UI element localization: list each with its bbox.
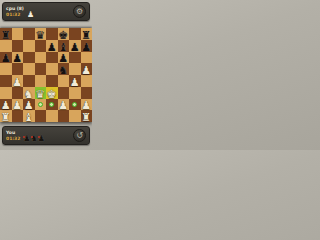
- square-b4[interactable]: ♟: [12, 75, 24, 87]
- gear-icon: ⚙: [76, 8, 83, 16]
- history-button[interactable]: ↺: [73, 129, 86, 142]
- square-g5[interactable]: [69, 63, 81, 75]
- square-d8[interactable]: ♛: [35, 28, 47, 40]
- square-e8[interactable]: [46, 28, 58, 40]
- opponent-captured-tray: ♟: [27, 4, 34, 19]
- player-clock: 01:32: [6, 136, 20, 141]
- player-identity: You 01:32: [6, 130, 20, 141]
- square-d6[interactable]: [35, 52, 47, 64]
- square-f4[interactable]: [58, 75, 70, 87]
- square-g8[interactable]: [69, 28, 81, 40]
- square-b6[interactable]: ♟: [12, 52, 24, 64]
- square-h5[interactable]: ♟: [81, 63, 93, 75]
- square-e2[interactable]: [46, 99, 58, 111]
- square-f8[interactable]: ♚: [58, 28, 70, 40]
- opponent-info-bar: cpu (8) 01:32 ♟ ⚙: [2, 2, 90, 21]
- square-a2[interactable]: ♟: [0, 99, 12, 111]
- opponent-identity: cpu (8) 01:32: [6, 6, 24, 17]
- settings-button[interactable]: ⚙: [73, 5, 86, 18]
- square-g7[interactable]: ♟: [69, 40, 81, 52]
- square-h4[interactable]: [81, 75, 93, 87]
- square-f2[interactable]: ♟: [58, 99, 70, 111]
- legal-move-dot[interactable]: [72, 102, 77, 107]
- square-g6[interactable]: [69, 52, 81, 64]
- square-a1[interactable]: ♜: [0, 110, 12, 122]
- square-f7[interactable]: ♝: [58, 40, 70, 52]
- square-c7[interactable]: [23, 40, 35, 52]
- square-a8[interactable]: ♜: [0, 28, 12, 40]
- square-a5[interactable]: [0, 63, 12, 75]
- square-a7[interactable]: [0, 40, 12, 52]
- square-f6[interactable]: ♟: [58, 52, 70, 64]
- square-c2[interactable]: ♟: [23, 99, 35, 111]
- piece-white-bishop[interactable]: ♝: [23, 112, 35, 123]
- square-b5[interactable]: [12, 63, 24, 75]
- square-h3[interactable]: [81, 87, 93, 99]
- square-h1[interactable]: ♜: [81, 110, 93, 122]
- square-c5[interactable]: [23, 63, 35, 75]
- square-e1[interactable]: [46, 110, 58, 122]
- square-g3[interactable]: [69, 87, 81, 99]
- piece-white-rook[interactable]: ♜: [0, 112, 12, 123]
- square-g4[interactable]: ♟: [69, 75, 81, 87]
- square-h7[interactable]: ♟: [81, 40, 93, 52]
- captured-black-knight-icon: ♞: [31, 135, 38, 143]
- piece-white-rook[interactable]: ♜: [81, 112, 93, 123]
- chess-board[interactable]: ♜♛♚♜♟♝♟♟♟♟♟♞♟♟♟♞♛♚♟♟♟♟♟♜♝♜: [0, 28, 92, 122]
- capture-count-badge: [38, 136, 40, 138]
- square-f5[interactable]: ♞: [58, 63, 70, 75]
- square-f1[interactable]: [58, 110, 70, 122]
- square-d5[interactable]: [35, 63, 47, 75]
- square-c3[interactable]: ♞: [23, 87, 35, 99]
- captured-black-pawn-icon: ♟: [38, 135, 45, 143]
- opponent-clock: 01:32: [6, 12, 24, 17]
- captured-black-pawn-icon: ♟: [23, 135, 30, 143]
- square-b2[interactable]: ♟: [12, 99, 24, 111]
- square-e4[interactable]: [46, 75, 58, 87]
- captured-white-pawn-icon: ♟: [27, 11, 34, 19]
- player-info-bar: You 01:32 ♟♞♟ ↺: [2, 126, 90, 145]
- square-e5[interactable]: [46, 63, 58, 75]
- square-b8[interactable]: [12, 28, 24, 40]
- square-e6[interactable]: [46, 52, 58, 64]
- square-e3[interactable]: ♚: [46, 87, 58, 99]
- legal-move-dot[interactable]: [38, 102, 43, 107]
- square-d1[interactable]: [35, 110, 47, 122]
- square-g1[interactable]: [69, 110, 81, 122]
- square-a3[interactable]: [0, 87, 12, 99]
- square-d3[interactable]: ♛: [35, 87, 47, 99]
- square-d2[interactable]: [35, 99, 47, 111]
- legal-move-dot[interactable]: [49, 102, 54, 107]
- player-captured-tray: ♟♞♟: [23, 128, 45, 143]
- square-h8[interactable]: ♜: [81, 28, 93, 40]
- square-e7[interactable]: ♟: [46, 40, 58, 52]
- square-c6[interactable]: [23, 52, 35, 64]
- square-d7[interactable]: [35, 40, 47, 52]
- undo-clock-icon: ↺: [76, 132, 83, 140]
- square-h2[interactable]: ♟: [81, 99, 93, 111]
- capture-count-badge: [23, 136, 25, 138]
- square-a4[interactable]: [0, 75, 12, 87]
- square-c1[interactable]: ♝: [23, 110, 35, 122]
- square-c4[interactable]: [23, 75, 35, 87]
- capture-count-badge: [31, 136, 33, 138]
- square-a6[interactable]: ♟: [0, 52, 12, 64]
- square-c8[interactable]: [23, 28, 35, 40]
- square-b3[interactable]: [12, 87, 24, 99]
- square-b7[interactable]: [12, 40, 24, 52]
- square-g2[interactable]: [69, 99, 81, 111]
- square-f3[interactable]: [58, 87, 70, 99]
- square-b1[interactable]: [12, 110, 24, 122]
- square-h6[interactable]: [81, 52, 93, 64]
- square-d4[interactable]: [35, 75, 47, 87]
